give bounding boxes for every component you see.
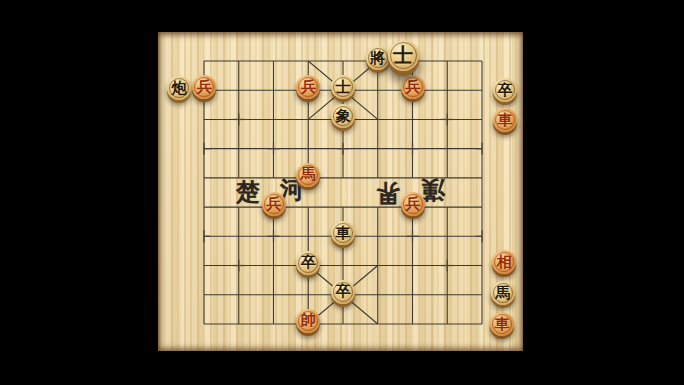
river-label: 漢 — [421, 178, 445, 202]
piece-red-soldier[interactable]: 兵 — [401, 192, 425, 216]
piece-black-cannon: 炮 — [167, 76, 191, 100]
piece-black-soldier[interactable]: 卒 — [296, 251, 320, 275]
point-marker — [337, 143, 349, 155]
piece-red-soldier[interactable]: 兵 — [262, 192, 286, 216]
point-marker — [441, 260, 453, 272]
point-marker — [476, 230, 482, 242]
piece-red-chariot: 車 — [493, 108, 517, 132]
piece-red-horse[interactable]: 馬 — [296, 163, 320, 187]
river-label: 界 — [376, 181, 400, 205]
point-marker — [407, 230, 419, 242]
piece-red-soldier[interactable]: 兵 — [401, 75, 425, 99]
piece-glyph: 兵 — [197, 80, 212, 95]
piece-black-horse: 馬 — [491, 281, 515, 305]
piece-glyph: 車 — [336, 226, 351, 241]
piece-red-elephant: 相 — [492, 250, 516, 274]
piece-glyph: 將 — [370, 51, 385, 66]
piece-glyph: 兵 — [266, 197, 281, 212]
point-marker — [204, 143, 210, 155]
point-marker — [204, 230, 210, 242]
piece-glyph: 兵 — [301, 80, 316, 95]
point-marker — [233, 113, 245, 125]
piece-glyph: 車 — [495, 317, 510, 332]
piece-glyph: 卒 — [336, 284, 351, 299]
piece-glyph: 兵 — [405, 80, 420, 95]
piece-glyph: 卒 — [498, 83, 513, 98]
piece-glyph: 象 — [336, 109, 351, 124]
piece-glyph: 兵 — [405, 197, 420, 212]
piece-glyph: 炮 — [172, 81, 187, 96]
point-marker — [268, 230, 280, 242]
river-label: 楚 — [236, 180, 260, 204]
point-marker — [476, 143, 482, 155]
piece-glyph: 士 — [336, 80, 351, 95]
piece-black-advisor-lifted[interactable]: 士 — [388, 40, 419, 71]
xiangqi-scene: 楚河界漢 將士象車卒卒兵兵兵馬兵兵帥炮卒車相馬車士 — [0, 0, 684, 385]
piece-black-soldier[interactable]: 卒 — [331, 280, 355, 304]
piece-glyph: 馬 — [496, 286, 511, 301]
piece-glyph: 帥 — [301, 313, 316, 328]
piece-glyph: 卒 — [301, 255, 316, 270]
point-marker — [268, 143, 280, 155]
piece-glyph: 馬 — [301, 167, 316, 182]
point-marker — [233, 260, 245, 272]
piece-glyph: 車 — [498, 113, 513, 128]
point-marker — [407, 143, 419, 155]
piece-black-soldier: 卒 — [493, 78, 517, 102]
piece-black-general[interactable]: 將 — [366, 46, 390, 70]
piece-glyph: 士 — [393, 45, 413, 65]
piece-red-chariot: 車 — [490, 312, 514, 336]
point-marker — [441, 113, 453, 125]
piece-glyph: 相 — [497, 255, 512, 270]
